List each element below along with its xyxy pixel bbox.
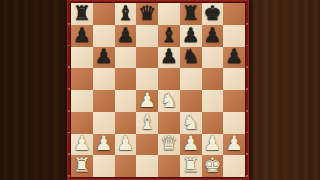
- black-pawn[interactable]: ♟: [116, 25, 134, 45]
- square-f8[interactable]: ♜: [180, 3, 202, 25]
- square-g1[interactable]: ♚: [202, 155, 224, 177]
- white-knight[interactable]: ♞: [160, 90, 178, 110]
- white-pawn[interactable]: ♟: [116, 134, 134, 154]
- black-bishop[interactable]: ♝: [116, 3, 134, 23]
- square-c4[interactable]: [115, 90, 137, 112]
- square-c2[interactable]: ♟: [115, 134, 137, 156]
- square-b4[interactable]: [93, 90, 115, 112]
- black-king[interactable]: ♚: [203, 3, 221, 23]
- square-d4[interactable]: ♟: [136, 90, 158, 112]
- chess-board: ♜♝♛♜♚♟♟♝♟♟♟♟♞♟♟♞♝♞♟♟♟♛♟♟♟♜♜♚: [71, 3, 245, 177]
- white-pawn[interactable]: ♟: [73, 134, 91, 154]
- square-e5[interactable]: [158, 68, 180, 90]
- white-rook[interactable]: ♜: [73, 155, 91, 175]
- square-e2[interactable]: ♛: [158, 134, 180, 156]
- black-pawn[interactable]: ♟: [203, 25, 221, 45]
- square-d2[interactable]: [136, 134, 158, 156]
- square-e8[interactable]: [158, 3, 180, 25]
- square-a6[interactable]: [71, 47, 93, 69]
- square-d3[interactable]: ♝: [136, 112, 158, 134]
- square-h3[interactable]: [223, 112, 245, 134]
- square-c3[interactable]: [115, 112, 137, 134]
- square-e6[interactable]: ♟: [158, 47, 180, 69]
- white-bishop[interactable]: ♝: [138, 112, 156, 132]
- square-h5[interactable]: [223, 68, 245, 90]
- square-h1[interactable]: [223, 155, 245, 177]
- square-g7[interactable]: ♟: [202, 25, 224, 47]
- square-h6[interactable]: ♟: [223, 47, 245, 69]
- white-rook[interactable]: ♜: [182, 155, 200, 175]
- square-a8[interactable]: ♜: [71, 3, 93, 25]
- white-pawn[interactable]: ♟: [225, 134, 243, 154]
- square-h7[interactable]: [223, 25, 245, 47]
- square-f4[interactable]: [180, 90, 202, 112]
- square-f6[interactable]: ♞: [180, 47, 202, 69]
- square-b5[interactable]: [93, 68, 115, 90]
- wood-background: ♜♝♛♜♚♟♟♝♟♟♟♟♞♟♟♞♝♞♟♟♟♛♟♟♟♜♜♚: [0, 0, 320, 180]
- black-knight[interactable]: ♞: [182, 47, 200, 67]
- square-a1[interactable]: ♜: [71, 155, 93, 177]
- black-bishop[interactable]: ♝: [160, 25, 178, 45]
- square-g3[interactable]: [202, 112, 224, 134]
- square-f1[interactable]: ♜: [180, 155, 202, 177]
- white-queen[interactable]: ♛: [160, 134, 178, 154]
- square-f7[interactable]: ♟: [180, 25, 202, 47]
- square-b1[interactable]: [93, 155, 115, 177]
- black-pawn[interactable]: ♟: [182, 25, 200, 45]
- square-d7[interactable]: [136, 25, 158, 47]
- black-queen[interactable]: ♛: [138, 3, 156, 23]
- square-c5[interactable]: [115, 68, 137, 90]
- square-g6[interactable]: [202, 47, 224, 69]
- white-pawn[interactable]: ♟: [203, 134, 221, 154]
- square-g8[interactable]: ♚: [202, 3, 224, 25]
- square-a4[interactable]: [71, 90, 93, 112]
- white-pawn[interactable]: ♟: [138, 90, 156, 110]
- white-knight[interactable]: ♞: [182, 112, 200, 132]
- square-d8[interactable]: ♛: [136, 3, 158, 25]
- square-h2[interactable]: ♟: [223, 134, 245, 156]
- square-c6[interactable]: [115, 47, 137, 69]
- square-e3[interactable]: [158, 112, 180, 134]
- square-d1[interactable]: [136, 155, 158, 177]
- square-d6[interactable]: [136, 47, 158, 69]
- square-b6[interactable]: ♟: [93, 47, 115, 69]
- square-e4[interactable]: ♞: [158, 90, 180, 112]
- black-pawn[interactable]: ♟: [225, 47, 243, 67]
- square-e1[interactable]: [158, 155, 180, 177]
- square-c7[interactable]: ♟: [115, 25, 137, 47]
- square-b7[interactable]: [93, 25, 115, 47]
- square-a7[interactable]: ♟: [71, 25, 93, 47]
- square-e7[interactable]: ♝: [158, 25, 180, 47]
- white-pawn[interactable]: ♟: [182, 134, 200, 154]
- square-g4[interactable]: [202, 90, 224, 112]
- square-g5[interactable]: [202, 68, 224, 90]
- board-frame: ♜♝♛♜♚♟♟♝♟♟♟♟♞♟♟♞♝♞♟♟♟♛♟♟♟♜♜♚: [67, 0, 249, 180]
- black-rook[interactable]: ♜: [182, 3, 200, 23]
- square-f3[interactable]: ♞: [180, 112, 202, 134]
- square-d5[interactable]: [136, 68, 158, 90]
- square-c8[interactable]: ♝: [115, 3, 137, 25]
- square-a3[interactable]: [71, 112, 93, 134]
- white-king[interactable]: ♚: [203, 155, 221, 175]
- white-pawn[interactable]: ♟: [95, 134, 113, 154]
- square-f5[interactable]: [180, 68, 202, 90]
- black-pawn[interactable]: ♟: [73, 25, 91, 45]
- square-a5[interactable]: [71, 68, 93, 90]
- square-b2[interactable]: ♟: [93, 134, 115, 156]
- square-b3[interactable]: [93, 112, 115, 134]
- black-rook[interactable]: ♜: [73, 3, 91, 23]
- black-pawn[interactable]: ♟: [160, 47, 178, 67]
- square-b8[interactable]: [93, 3, 115, 25]
- black-pawn[interactable]: ♟: [95, 47, 113, 67]
- square-g2[interactable]: ♟: [202, 134, 224, 156]
- square-h4[interactable]: [223, 90, 245, 112]
- square-h8[interactable]: [223, 3, 245, 25]
- square-a2[interactable]: ♟: [71, 134, 93, 156]
- square-f2[interactable]: ♟: [180, 134, 202, 156]
- square-c1[interactable]: [115, 155, 137, 177]
